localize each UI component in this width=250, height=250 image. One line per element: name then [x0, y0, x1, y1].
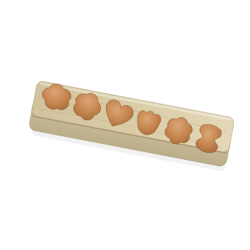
mancala-board: [27, 77, 235, 172]
product-photo-canvas: [0, 0, 250, 250]
board-photo: [0, 0, 250, 250]
